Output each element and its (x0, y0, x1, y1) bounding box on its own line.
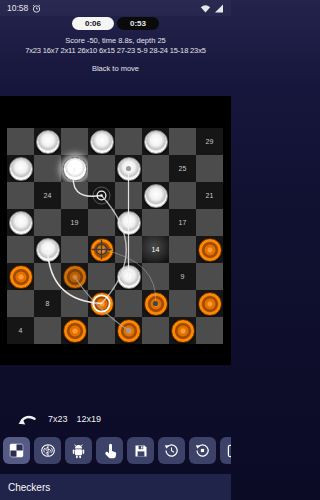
white-piece-28[interactable] (9, 157, 33, 181)
white-piece-22[interactable] (144, 184, 168, 208)
history-clock-icon (164, 443, 179, 458)
journal-icon (227, 444, 232, 458)
candidate-move[interactable]: 12x19 (77, 414, 102, 424)
square-offplay (34, 263, 61, 290)
square-offplay (169, 182, 196, 209)
square-15[interactable] (88, 236, 115, 263)
square-offplay (196, 155, 223, 182)
square-number: 29 (196, 128, 223, 155)
black-piece-15[interactable] (90, 238, 114, 262)
brain-icon (40, 443, 56, 458)
bottom-bar: Checkers (0, 474, 231, 500)
square-26[interactable] (115, 155, 142, 182)
history-button[interactable] (158, 437, 185, 464)
square-offplay (142, 317, 169, 344)
black-piece-1[interactable] (171, 319, 195, 343)
square-24[interactable]: 24 (34, 182, 61, 209)
square-number: 21 (196, 182, 223, 209)
square-8[interactable]: 8 (34, 290, 61, 317)
clock-row: 0:06 0:53 (0, 17, 231, 30)
square-offplay (61, 290, 88, 317)
timer-black: 0:53 (117, 17, 159, 30)
engine-button[interactable] (34, 437, 61, 464)
square-offplay (7, 236, 34, 263)
undo-button[interactable] (17, 411, 39, 427)
black-piece-3[interactable] (63, 319, 87, 343)
white-piece-18[interactable] (117, 211, 141, 235)
square-offplay (196, 263, 223, 290)
square-31[interactable] (88, 128, 115, 155)
square-offplay (169, 290, 196, 317)
white-piece-32[interactable] (36, 130, 60, 154)
square-offplay (115, 236, 142, 263)
square-offplay (34, 317, 61, 344)
square-5[interactable] (196, 290, 223, 317)
signal-icon (214, 4, 224, 13)
square-offplay (169, 236, 196, 263)
square-2[interactable] (115, 317, 142, 344)
square-number: 14 (142, 236, 169, 263)
square-19[interactable]: 19 (61, 209, 88, 236)
alarm-icon (32, 4, 41, 13)
timer-white: 0:06 (72, 17, 114, 30)
board-mode-button[interactable] (3, 437, 30, 464)
square-16[interactable] (34, 236, 61, 263)
checkerboard-icon (9, 443, 24, 458)
square-offplay (34, 155, 61, 182)
square-22[interactable] (142, 182, 169, 209)
square-10[interactable] (115, 263, 142, 290)
app-label: Checkers (8, 482, 50, 493)
board-grid: 29252421191714984 (7, 128, 223, 344)
square-9[interactable]: 9 (169, 263, 196, 290)
white-piece-20[interactable] (9, 211, 33, 235)
board-panel: 29252421191714984 (0, 96, 231, 365)
square-offplay (142, 263, 169, 290)
android-icon (71, 443, 86, 459)
toolbar (0, 437, 231, 468)
journal-button[interactable] (220, 437, 231, 464)
square-offplay (115, 128, 142, 155)
square-offplay (88, 263, 115, 290)
square-offplay (115, 182, 142, 209)
square-offplay (61, 236, 88, 263)
square-offplay (7, 128, 34, 155)
save-button[interactable] (127, 437, 154, 464)
square-offplay (88, 209, 115, 236)
wifi-icon (200, 4, 211, 13)
square-offplay (196, 209, 223, 236)
square-20[interactable] (7, 209, 34, 236)
restore-button[interactable] (189, 437, 216, 464)
android-engine-button[interactable] (65, 437, 92, 464)
restore-icon (195, 443, 210, 458)
square-17[interactable]: 17 (169, 209, 196, 236)
square-11[interactable] (61, 263, 88, 290)
black-piece-13[interactable] (198, 238, 222, 262)
square-offplay (88, 317, 115, 344)
white-piece-31[interactable] (90, 130, 114, 154)
black-piece-5[interactable] (198, 292, 222, 316)
square-28[interactable] (7, 155, 34, 182)
square-number: 8 (34, 290, 61, 317)
square-30[interactable] (142, 128, 169, 155)
square-7[interactable] (88, 290, 115, 317)
square-21[interactable]: 21 (196, 182, 223, 209)
square-offplay (196, 317, 223, 344)
square-32[interactable] (34, 128, 61, 155)
square-offplay (34, 209, 61, 236)
square-number: 9 (169, 263, 196, 290)
square-offplay (169, 128, 196, 155)
square-offplay (142, 209, 169, 236)
black-piece-6[interactable] (144, 292, 168, 316)
square-14[interactable]: 14 (142, 236, 169, 263)
square-18[interactable] (115, 209, 142, 236)
square-27[interactable] (61, 155, 88, 182)
square-number: 25 (169, 155, 196, 182)
engine-summary: Score -50, time 8.8s, depth 25 (0, 36, 231, 45)
candidate-move[interactable]: 7x23 (48, 414, 68, 424)
engine-pv-line: 7x23 16x7 2x11 26x10 6x15 27-23 5-9 28-2… (0, 46, 231, 55)
white-piece-26[interactable] (117, 157, 141, 181)
square-23[interactable] (88, 182, 115, 209)
square-1[interactable] (169, 317, 196, 344)
square-6[interactable] (142, 290, 169, 317)
square-number: 17 (169, 209, 196, 236)
square-offplay (7, 290, 34, 317)
statusbar-clock: 10:58 (7, 3, 28, 13)
square-number: 24 (34, 182, 61, 209)
square-13[interactable] (196, 236, 223, 263)
white-piece-30[interactable] (144, 130, 168, 154)
white-piece-10[interactable] (117, 265, 141, 289)
square-offplay (115, 290, 142, 317)
square-offplay (88, 155, 115, 182)
status-bar: 10:58 (0, 0, 231, 16)
turn-indicator: Black to move (0, 64, 231, 73)
square-offplay (142, 155, 169, 182)
square-29[interactable]: 29 (196, 128, 223, 155)
hand-tap-icon (103, 443, 117, 459)
square-number: 19 (61, 209, 88, 236)
square-offplay (61, 128, 88, 155)
square-3[interactable] (61, 317, 88, 344)
black-piece-2[interactable] (117, 319, 141, 343)
black-piece-7[interactable] (90, 292, 114, 316)
square-25[interactable]: 25 (169, 155, 196, 182)
black-piece-12[interactable] (9, 265, 33, 289)
white-piece-27[interactable] (63, 157, 87, 181)
candidate-moves-row: 7x23 12x19 (0, 409, 231, 429)
square-offplay (61, 182, 88, 209)
white-piece-16[interactable] (36, 238, 60, 262)
square-offplay (7, 182, 34, 209)
manual-play-button[interactable] (96, 437, 123, 464)
square-12[interactable] (7, 263, 34, 290)
square-4[interactable]: 4 (7, 317, 34, 344)
square-number: 4 (7, 317, 34, 344)
save-icon (134, 444, 148, 458)
black-piece-11[interactable] (63, 265, 87, 289)
